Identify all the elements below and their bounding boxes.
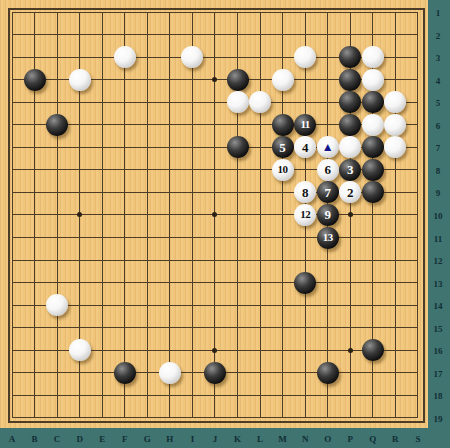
grid-line-vertical <box>395 12 396 419</box>
row-label-8: 8 <box>428 165 448 177</box>
stone-O10: 9 <box>317 204 339 226</box>
row-label-5: 5 <box>428 97 448 109</box>
stone-K5 <box>227 91 249 113</box>
col-label-Q: Q <box>365 432 381 446</box>
col-label-P: P <box>342 432 358 446</box>
stone-K4 <box>227 69 249 91</box>
row-label-18: 18 <box>428 390 448 402</box>
stone-P6 <box>339 114 361 136</box>
row-label-3: 3 <box>428 52 448 64</box>
move-number-6: 6 <box>324 163 331 176</box>
row-label-15: 15 <box>428 323 448 335</box>
col-label-O: O <box>320 432 336 446</box>
stone-N10: 12 <box>294 204 316 226</box>
star-point <box>348 348 353 353</box>
stone-O8: 6 <box>317 159 339 181</box>
stone-O9: 7 <box>317 181 339 203</box>
row-label-17: 17 <box>428 368 448 380</box>
grid-line-horizontal <box>12 395 419 396</box>
row-label-4: 4 <box>428 75 448 87</box>
triangle-marker: ▲ <box>322 141 334 153</box>
col-label-L: L <box>252 432 268 446</box>
col-label-G: G <box>139 432 155 446</box>
col-label-H: H <box>162 432 178 446</box>
grid-line-horizontal <box>12 417 419 418</box>
col-label-B: B <box>27 432 43 446</box>
stone-Q4 <box>362 69 384 91</box>
grid-line-vertical <box>417 12 418 419</box>
stone-H17 <box>159 362 181 384</box>
go-board[interactable]: 1154▲106387212913 <box>0 0 428 428</box>
stone-N13 <box>294 272 316 294</box>
stone-Q5 <box>362 91 384 113</box>
col-label-C: C <box>49 432 65 446</box>
col-label-S: S <box>410 432 426 446</box>
col-label-I: I <box>184 432 200 446</box>
row-label-7: 7 <box>428 142 448 154</box>
row-label-14: 14 <box>428 300 448 312</box>
move-number-12: 12 <box>300 209 310 220</box>
col-label-N: N <box>297 432 313 446</box>
col-label-D: D <box>72 432 88 446</box>
row-label-1: 1 <box>428 7 448 19</box>
stone-M7: 5 <box>272 136 294 158</box>
row-label-16: 16 <box>428 345 448 357</box>
stone-P4 <box>339 69 361 91</box>
stone-M6 <box>272 114 294 136</box>
stone-Q6 <box>362 114 384 136</box>
go-diagram: 1154▲106387212913 1234567891011121314151… <box>0 0 450 448</box>
row-coordinates-strip: 12345678910111213141516171819 <box>428 0 450 448</box>
stone-N6: 11 <box>294 114 316 136</box>
row-label-10: 10 <box>428 210 448 222</box>
move-number-10: 10 <box>278 164 288 175</box>
stone-F3 <box>114 46 136 68</box>
stone-R6 <box>384 114 406 136</box>
move-number-4: 4 <box>302 141 309 154</box>
col-label-R: R <box>387 432 403 446</box>
move-number-2: 2 <box>347 186 354 199</box>
move-number-13: 13 <box>323 232 333 243</box>
grid-line-horizontal <box>12 305 419 306</box>
stone-Q8 <box>362 159 384 181</box>
stone-K7 <box>227 136 249 158</box>
stone-J17 <box>204 362 226 384</box>
stone-P8: 3 <box>339 159 361 181</box>
grid-line-vertical <box>260 12 261 419</box>
move-number-7: 7 <box>324 186 331 199</box>
move-number-11: 11 <box>300 119 309 130</box>
stone-D16 <box>69 339 91 361</box>
col-label-K: K <box>230 432 246 446</box>
row-label-19: 19 <box>428 413 448 425</box>
grid-line-horizontal <box>12 282 419 283</box>
row-label-2: 2 <box>428 30 448 42</box>
row-label-6: 6 <box>428 120 448 132</box>
col-label-F: F <box>117 432 133 446</box>
stone-M8: 10 <box>272 159 294 181</box>
stone-C6 <box>46 114 68 136</box>
row-label-9: 9 <box>428 187 448 199</box>
move-number-9: 9 <box>324 208 331 221</box>
col-label-M: M <box>275 432 291 446</box>
stone-O17 <box>317 362 339 384</box>
stone-Q3 <box>362 46 384 68</box>
col-label-A: A <box>4 432 20 446</box>
stone-O11: 13 <box>317 227 339 249</box>
stone-Q7 <box>362 136 384 158</box>
col-label-E: E <box>94 432 110 446</box>
stone-O7: ▲ <box>317 136 339 158</box>
move-number-3: 3 <box>347 163 354 176</box>
grid-line-horizontal <box>12 327 419 328</box>
grid-line-horizontal <box>12 260 419 261</box>
grid-line-horizontal <box>12 237 419 238</box>
stone-M4 <box>272 69 294 91</box>
row-label-13: 13 <box>428 278 448 290</box>
move-number-5: 5 <box>279 141 286 154</box>
row-label-11: 11 <box>428 233 448 245</box>
col-label-J: J <box>207 432 223 446</box>
stone-Q16 <box>362 339 384 361</box>
stone-B4 <box>24 69 46 91</box>
stone-F17 <box>114 362 136 384</box>
stone-D4 <box>69 69 91 91</box>
column-coordinates-strip: ABCDEFGHIJKLMNOPQRS <box>0 428 428 448</box>
move-number-8: 8 <box>302 186 309 199</box>
row-label-12: 12 <box>428 255 448 267</box>
